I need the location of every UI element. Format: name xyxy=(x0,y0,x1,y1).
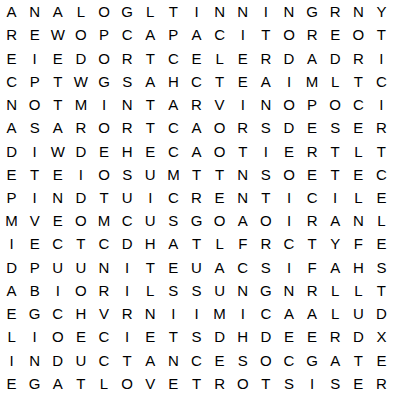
grid-cell[interactable]: G xyxy=(23,302,46,325)
grid-cell[interactable]: A xyxy=(0,0,23,23)
grid-cell[interactable]: L xyxy=(0,325,23,348)
word-search-page: ANALOGLTINNINGRNYREWOPCAPACITOREOTEIEDOR… xyxy=(0,0,393,395)
grid-cell[interactable]: F xyxy=(231,232,254,255)
grid-cell[interactable]: I xyxy=(116,279,139,302)
grid-cell[interactable]: E xyxy=(231,70,254,93)
grid-cell[interactable]: I xyxy=(324,186,347,209)
grid-cell[interactable]: R xyxy=(0,23,23,46)
grid-cell[interactable]: A xyxy=(185,116,208,139)
grid-cell[interactable]: R xyxy=(301,209,324,232)
grid-cell[interactable]: T xyxy=(231,139,254,162)
grid-cell[interactable]: G xyxy=(185,209,208,232)
grid-cell[interactable]: D xyxy=(69,186,92,209)
grid-cell[interactable]: O xyxy=(92,0,115,23)
grid-cell[interactable]: C xyxy=(92,349,115,372)
grid-cell[interactable]: W xyxy=(46,23,69,46)
grid-cell[interactable]: D xyxy=(116,232,139,255)
grid-cell[interactable]: A xyxy=(324,209,347,232)
grid-cell[interactable]: N xyxy=(254,93,277,116)
grid-cell[interactable]: S xyxy=(324,116,347,139)
grid-cell[interactable]: T xyxy=(370,23,393,46)
grid-cell[interactable]: E xyxy=(0,46,23,69)
grid-cell[interactable]: C xyxy=(92,325,115,348)
grid-cell[interactable]: I xyxy=(116,256,139,279)
grid-cell[interactable]: A xyxy=(185,23,208,46)
grid-cell[interactable]: A xyxy=(254,70,277,93)
grid-cell[interactable]: O xyxy=(347,23,370,46)
grid-cell[interactable]: L xyxy=(324,302,347,325)
grid-cell[interactable]: D xyxy=(69,139,92,162)
grid-cell[interactable]: A xyxy=(0,116,23,139)
grid-cell[interactable]: G xyxy=(301,0,324,23)
grid-cell[interactable]: Y xyxy=(370,0,393,23)
grid-cell[interactable]: T xyxy=(254,186,277,209)
grid-cell[interactable]: I xyxy=(277,70,300,93)
grid-cell[interactable]: E xyxy=(208,349,231,372)
grid-cell[interactable]: B xyxy=(23,279,46,302)
grid-cell[interactable]: E xyxy=(370,349,393,372)
word-search-grid: ANALOGLTINNINGRNYREWOPCAPACITOREOTEIEDOR… xyxy=(0,0,393,395)
grid-cell[interactable]: T xyxy=(324,163,347,186)
grid-cell[interactable]: S xyxy=(185,325,208,348)
grid-cell[interactable]: E xyxy=(347,116,370,139)
grid-cell[interactable]: I xyxy=(23,325,46,348)
grid-cell[interactable]: I xyxy=(301,372,324,395)
grid-cell[interactable]: E xyxy=(301,163,324,186)
grid-cell[interactable]: E xyxy=(92,139,115,162)
grid-cell[interactable]: M xyxy=(0,209,23,232)
grid-cell[interactable]: N xyxy=(46,186,69,209)
grid-cell[interactable]: E xyxy=(185,46,208,69)
grid-cell[interactable]: O xyxy=(254,349,277,372)
grid-cell[interactable]: L xyxy=(347,279,370,302)
grid-cell[interactable]: D xyxy=(347,325,370,348)
grid-cell[interactable]: U xyxy=(185,256,208,279)
grid-cell[interactable]: R xyxy=(301,139,324,162)
grid-cell[interactable]: I xyxy=(185,302,208,325)
grid-cell[interactable]: R xyxy=(231,116,254,139)
grid-cell[interactable]: E xyxy=(139,139,162,162)
grid-cell[interactable]: D xyxy=(324,46,347,69)
grid-cell[interactable]: A xyxy=(46,372,69,395)
grid-cell[interactable]: M xyxy=(92,209,115,232)
grid-cell[interactable]: I xyxy=(116,325,139,348)
grid-cell[interactable]: I xyxy=(277,186,300,209)
grid-cell[interactable]: E xyxy=(231,46,254,69)
grid-cell[interactable]: L xyxy=(370,209,393,232)
grid-cell[interactable]: I xyxy=(23,139,46,162)
grid-cell[interactable]: T xyxy=(185,163,208,186)
grid-cell[interactable]: C xyxy=(370,163,393,186)
grid-cell[interactable]: E xyxy=(301,116,324,139)
grid-cell[interactable]: D xyxy=(370,302,393,325)
grid-cell[interactable]: A xyxy=(0,279,23,302)
grid-cell[interactable]: S xyxy=(116,163,139,186)
grid-cell[interactable]: T xyxy=(185,372,208,395)
grid-cell[interactable]: A xyxy=(231,209,254,232)
grid-cell[interactable]: T xyxy=(92,186,115,209)
grid-cell[interactable]: C xyxy=(301,186,324,209)
grid-cell[interactable]: R xyxy=(370,116,393,139)
grid-cell[interactable]: T xyxy=(23,163,46,186)
grid-cell[interactable]: H xyxy=(347,256,370,279)
grid-cell[interactable]: E xyxy=(370,232,393,255)
grid-cell[interactable]: R xyxy=(324,0,347,23)
grid-cell[interactable]: P xyxy=(301,93,324,116)
grid-cell[interactable]: T xyxy=(254,372,277,395)
grid-cell[interactable]: E xyxy=(162,256,185,279)
grid-cell[interactable]: I xyxy=(254,0,277,23)
grid-cell[interactable]: C xyxy=(254,302,277,325)
grid-cell[interactable]: A xyxy=(139,349,162,372)
grid-cell[interactable]: I xyxy=(46,279,69,302)
grid-cell[interactable]: S xyxy=(254,256,277,279)
grid-cell[interactable]: T xyxy=(254,23,277,46)
grid-cell[interactable]: E xyxy=(370,186,393,209)
grid-cell[interactable]: H xyxy=(162,70,185,93)
grid-cell[interactable]: A xyxy=(162,93,185,116)
grid-cell[interactable]: G xyxy=(23,372,46,395)
grid-cell[interactable]: S xyxy=(231,349,254,372)
grid-cell[interactable]: C xyxy=(370,70,393,93)
grid-cell[interactable]: N xyxy=(0,93,23,116)
grid-cell[interactable]: U xyxy=(139,209,162,232)
grid-cell[interactable]: T xyxy=(46,93,69,116)
grid-cell[interactable]: L xyxy=(347,139,370,162)
grid-cell[interactable]: T xyxy=(69,232,92,255)
grid-cell[interactable]: Y xyxy=(324,232,347,255)
grid-cell[interactable]: E xyxy=(0,372,23,395)
grid-cell[interactable]: E xyxy=(277,139,300,162)
grid-cell[interactable]: C xyxy=(116,209,139,232)
grid-cell[interactable]: C xyxy=(162,46,185,69)
grid-cell[interactable]: I xyxy=(92,93,115,116)
grid-cell[interactable]: E xyxy=(69,325,92,348)
grid-cell[interactable]: I xyxy=(277,209,300,232)
grid-cell[interactable]: G xyxy=(301,349,324,372)
grid-cell[interactable]: E xyxy=(301,325,324,348)
grid-cell[interactable]: R xyxy=(116,302,139,325)
grid-cell[interactable]: C xyxy=(231,256,254,279)
grid-cell[interactable]: T xyxy=(46,70,69,93)
grid-cell[interactable]: L xyxy=(324,279,347,302)
grid-cell[interactable]: M xyxy=(301,70,324,93)
grid-cell[interactable]: A xyxy=(301,302,324,325)
grid-cell[interactable]: L xyxy=(69,0,92,23)
grid-cell[interactable]: T xyxy=(162,0,185,23)
grid-cell[interactable]: S xyxy=(23,116,46,139)
grid-cell[interactable]: C xyxy=(185,349,208,372)
grid-cell[interactable]: N xyxy=(347,209,370,232)
grid-cell[interactable]: E xyxy=(0,163,23,186)
grid-cell[interactable]: S xyxy=(324,372,347,395)
grid-cell[interactable]: H xyxy=(116,139,139,162)
grid-cell[interactable]: E xyxy=(277,325,300,348)
grid-cell[interactable]: S xyxy=(370,256,393,279)
grid-cell[interactable]: E xyxy=(162,372,185,395)
grid-cell[interactable]: O xyxy=(208,116,231,139)
grid-cell[interactable]: R xyxy=(254,232,277,255)
grid-cell[interactable]: E xyxy=(46,209,69,232)
grid-cell[interactable]: A xyxy=(139,70,162,93)
grid-cell[interactable]: T xyxy=(370,279,393,302)
grid-cell[interactable]: O xyxy=(23,93,46,116)
grid-cell[interactable]: V xyxy=(92,302,115,325)
grid-cell[interactable]: R xyxy=(254,46,277,69)
grid-cell[interactable]: S xyxy=(185,279,208,302)
grid-cell[interactable]: E xyxy=(347,372,370,395)
grid-cell[interactable]: U xyxy=(69,349,92,372)
grid-cell[interactable]: O xyxy=(277,93,300,116)
grid-cell[interactable]: R xyxy=(185,186,208,209)
grid-cell[interactable]: R xyxy=(370,372,393,395)
grid-cell[interactable]: O xyxy=(69,279,92,302)
grid-cell[interactable]: N xyxy=(162,349,185,372)
grid-cell[interactable]: E xyxy=(23,232,46,255)
grid-cell[interactable]: C xyxy=(277,232,300,255)
grid-cell[interactable]: H xyxy=(231,325,254,348)
grid-cell[interactable]: O xyxy=(92,46,115,69)
grid-cell[interactable]: S xyxy=(254,116,277,139)
grid-cell[interactable]: N xyxy=(92,256,115,279)
grid-cell[interactable]: L xyxy=(347,186,370,209)
grid-cell[interactable]: U xyxy=(116,186,139,209)
grid-cell[interactable]: G xyxy=(116,0,139,23)
grid-cell[interactable]: R xyxy=(324,325,347,348)
grid-cell[interactable]: N xyxy=(139,302,162,325)
grid-cell[interactable]: C xyxy=(162,186,185,209)
grid-cell[interactable]: I xyxy=(370,93,393,116)
grid-cell[interactable]: D xyxy=(277,116,300,139)
grid-cell[interactable]: R xyxy=(208,372,231,395)
grid-cell[interactable]: T xyxy=(347,70,370,93)
grid-cell[interactable]: M xyxy=(162,163,185,186)
grid-cell[interactable]: N xyxy=(347,0,370,23)
grid-cell[interactable]: A xyxy=(139,23,162,46)
grid-cell[interactable]: V xyxy=(208,93,231,116)
grid-cell[interactable]: E xyxy=(0,302,23,325)
grid-cell[interactable]: R xyxy=(116,116,139,139)
grid-cell[interactable]: S xyxy=(277,372,300,395)
grid-cell[interactable]: D xyxy=(0,256,23,279)
grid-cell[interactable]: C xyxy=(0,70,23,93)
grid-cell[interactable]: O xyxy=(92,116,115,139)
grid-cell[interactable]: X xyxy=(370,325,393,348)
grid-cell[interactable]: T xyxy=(139,46,162,69)
grid-cell[interactable]: E xyxy=(139,325,162,348)
grid-cell[interactable]: A xyxy=(208,256,231,279)
grid-cell[interactable]: I xyxy=(231,23,254,46)
grid-cell[interactable]: T xyxy=(139,116,162,139)
grid-cell[interactable]: V xyxy=(23,209,46,232)
grid-cell[interactable]: A xyxy=(46,0,69,23)
grid-cell[interactable]: I xyxy=(139,186,162,209)
grid-cell[interactable]: H xyxy=(139,232,162,255)
grid-cell[interactable]: I xyxy=(0,349,23,372)
grid-cell[interactable]: L xyxy=(208,232,231,255)
grid-cell[interactable]: N xyxy=(277,0,300,23)
grid-cell[interactable]: E xyxy=(46,46,69,69)
grid-cell[interactable]: A xyxy=(46,116,69,139)
grid-cell[interactable]: I xyxy=(231,302,254,325)
grid-cell[interactable]: P xyxy=(23,256,46,279)
grid-cell[interactable]: L xyxy=(208,46,231,69)
grid-cell[interactable]: P xyxy=(0,186,23,209)
grid-cell[interactable]: F xyxy=(347,232,370,255)
grid-cell[interactable]: N xyxy=(116,93,139,116)
grid-cell[interactable]: I xyxy=(23,186,46,209)
grid-cell[interactable]: M xyxy=(208,302,231,325)
grid-cell[interactable]: O xyxy=(324,93,347,116)
grid-cell[interactable]: W xyxy=(46,139,69,162)
grid-cell[interactable]: A xyxy=(324,256,347,279)
grid-cell[interactable]: E xyxy=(347,163,370,186)
grid-cell[interactable]: D xyxy=(277,46,300,69)
grid-cell[interactable]: E xyxy=(324,23,347,46)
grid-cell[interactable]: O xyxy=(69,209,92,232)
grid-cell[interactable]: O xyxy=(46,325,69,348)
grid-cell[interactable]: R xyxy=(116,46,139,69)
grid-cell[interactable]: L xyxy=(139,279,162,302)
grid-cell[interactable]: N xyxy=(231,0,254,23)
grid-cell[interactable]: S xyxy=(162,279,185,302)
grid-cell[interactable]: R xyxy=(92,279,115,302)
grid-cell[interactable]: O xyxy=(231,372,254,395)
grid-cell[interactable]: E xyxy=(208,186,231,209)
grid-cell[interactable]: I xyxy=(0,232,23,255)
grid-cell[interactable]: O xyxy=(92,163,115,186)
grid-cell[interactable]: T xyxy=(208,70,231,93)
grid-cell[interactable]: I xyxy=(277,256,300,279)
grid-cell[interactable]: U xyxy=(46,256,69,279)
grid-cell[interactable]: L xyxy=(324,70,347,93)
grid-cell[interactable]: T xyxy=(185,232,208,255)
grid-cell[interactable]: C xyxy=(162,116,185,139)
grid-cell[interactable]: P xyxy=(92,23,115,46)
grid-cell[interactable]: R xyxy=(347,46,370,69)
grid-cell[interactable]: I xyxy=(370,46,393,69)
grid-cell[interactable]: S xyxy=(254,163,277,186)
grid-cell[interactable]: U xyxy=(139,163,162,186)
grid-cell[interactable]: U xyxy=(208,279,231,302)
grid-cell[interactable]: W xyxy=(69,70,92,93)
grid-cell[interactable]: I xyxy=(69,163,92,186)
grid-cell[interactable]: R xyxy=(301,279,324,302)
grid-cell[interactable]: C xyxy=(46,302,69,325)
grid-cell[interactable]: T xyxy=(69,372,92,395)
grid-cell[interactable]: T xyxy=(324,139,347,162)
grid-cell[interactable]: O xyxy=(277,23,300,46)
grid-cell[interactable]: T xyxy=(208,163,231,186)
grid-cell[interactable]: A xyxy=(324,349,347,372)
grid-cell[interactable]: I xyxy=(231,93,254,116)
grid-cell[interactable]: E xyxy=(23,23,46,46)
grid-cell[interactable]: L xyxy=(139,0,162,23)
grid-cell[interactable]: T xyxy=(301,232,324,255)
grid-cell[interactable]: P xyxy=(162,23,185,46)
grid-cell[interactable]: A xyxy=(277,302,300,325)
grid-cell[interactable]: C xyxy=(92,232,115,255)
grid-cell[interactable]: I xyxy=(162,302,185,325)
grid-cell[interactable]: N xyxy=(277,279,300,302)
grid-cell[interactable]: R xyxy=(185,93,208,116)
grid-cell[interactable]: T xyxy=(139,256,162,279)
grid-cell[interactable]: T xyxy=(139,93,162,116)
grid-cell[interactable]: O xyxy=(277,163,300,186)
grid-cell[interactable]: D xyxy=(254,325,277,348)
grid-cell[interactable]: N xyxy=(231,163,254,186)
grid-cell[interactable]: T xyxy=(116,349,139,372)
grid-cell[interactable]: O xyxy=(208,139,231,162)
grid-cell[interactable]: E xyxy=(46,163,69,186)
grid-cell[interactable]: C xyxy=(208,23,231,46)
grid-cell[interactable]: U xyxy=(69,256,92,279)
grid-cell[interactable]: S xyxy=(116,70,139,93)
grid-cell[interactable]: D xyxy=(0,139,23,162)
grid-cell[interactable]: L xyxy=(92,372,115,395)
grid-cell[interactable]: G xyxy=(254,279,277,302)
grid-cell[interactable]: M xyxy=(69,93,92,116)
grid-cell[interactable]: C xyxy=(185,70,208,93)
grid-cell[interactable]: C xyxy=(347,93,370,116)
grid-cell[interactable]: O xyxy=(116,372,139,395)
grid-cell[interactable]: H xyxy=(69,302,92,325)
grid-cell[interactable]: I xyxy=(23,46,46,69)
grid-cell[interactable]: V xyxy=(139,372,162,395)
grid-cell[interactable]: T xyxy=(162,325,185,348)
grid-cell[interactable]: O xyxy=(69,23,92,46)
grid-cell[interactable]: G xyxy=(92,70,115,93)
grid-cell[interactable]: I xyxy=(254,139,277,162)
grid-cell[interactable]: N xyxy=(208,0,231,23)
grid-cell[interactable]: A xyxy=(185,139,208,162)
grid-cell[interactable]: D xyxy=(208,325,231,348)
grid-cell[interactable]: C xyxy=(162,139,185,162)
grid-cell[interactable]: N xyxy=(231,186,254,209)
grid-cell[interactable]: N xyxy=(231,279,254,302)
grid-cell[interactable]: A xyxy=(301,46,324,69)
grid-cell[interactable]: O xyxy=(254,209,277,232)
grid-cell[interactable]: A xyxy=(162,232,185,255)
grid-cell[interactable]: N xyxy=(23,349,46,372)
grid-cell[interactable]: P xyxy=(23,70,46,93)
grid-cell[interactable]: T xyxy=(347,349,370,372)
grid-cell[interactable]: O xyxy=(208,209,231,232)
grid-cell[interactable]: C xyxy=(116,23,139,46)
grid-cell[interactable]: C xyxy=(46,232,69,255)
grid-cell[interactable]: F xyxy=(301,256,324,279)
grid-cell[interactable]: U xyxy=(347,302,370,325)
grid-cell[interactable]: D xyxy=(69,46,92,69)
grid-cell[interactable]: R xyxy=(301,23,324,46)
grid-cell[interactable]: R xyxy=(69,116,92,139)
grid-cell[interactable]: C xyxy=(277,349,300,372)
grid-cell[interactable]: T xyxy=(370,139,393,162)
grid-cell[interactable]: I xyxy=(185,0,208,23)
grid-cell[interactable]: S xyxy=(162,209,185,232)
grid-cell[interactable]: N xyxy=(23,0,46,23)
grid-cell[interactable]: D xyxy=(46,349,69,372)
